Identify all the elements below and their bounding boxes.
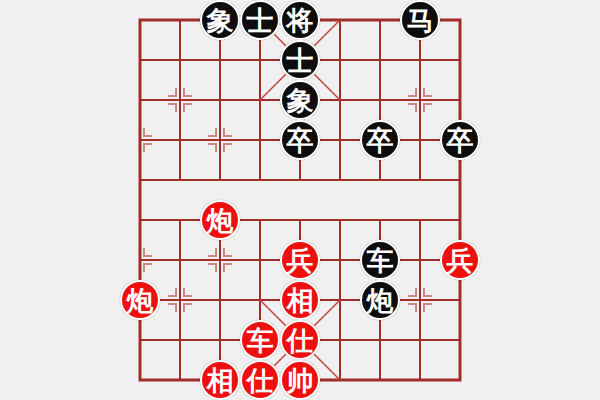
piece-glyph: 象 bbox=[287, 88, 314, 115]
piece-black-cannon[interactable]: 炮 bbox=[360, 280, 400, 320]
piece-glyph: 马 bbox=[407, 8, 434, 35]
piece-red-elephant[interactable]: 相 bbox=[200, 360, 240, 400]
piece-black-elephant[interactable]: 象 bbox=[200, 0, 240, 40]
piece-red-advisor[interactable]: 仕 bbox=[240, 360, 280, 400]
piece-glyph: 帅 bbox=[287, 368, 314, 395]
piece-glyph: 士 bbox=[247, 8, 274, 35]
piece-red-cannon[interactable]: 炮 bbox=[200, 200, 240, 240]
piece-glyph: 相 bbox=[287, 288, 314, 315]
piece-black-soldier[interactable]: 卒 bbox=[440, 120, 480, 160]
piece-black-general[interactable]: 将 bbox=[280, 0, 320, 40]
xiangqi-board: 象士将马士象卒卒卒车炮炮兵兵炮相车仕相仕帅 bbox=[0, 0, 600, 400]
piece-glyph: 兵 bbox=[447, 248, 474, 275]
piece-black-horse[interactable]: 马 bbox=[400, 0, 440, 40]
piece-glyph: 象 bbox=[207, 8, 234, 35]
piece-glyph: 兵 bbox=[287, 248, 314, 275]
piece-black-advisor[interactable]: 士 bbox=[240, 0, 280, 40]
piece-glyph: 炮 bbox=[207, 208, 234, 235]
pieces-layer: 象士将马士象卒卒卒车炮炮兵兵炮相车仕相仕帅 bbox=[120, 0, 480, 400]
piece-glyph: 卒 bbox=[447, 128, 474, 155]
piece-glyph: 车 bbox=[247, 328, 274, 355]
piece-glyph: 车 bbox=[367, 248, 394, 275]
piece-black-chariot[interactable]: 车 bbox=[360, 240, 400, 280]
piece-glyph: 士 bbox=[287, 48, 314, 75]
piece-glyph: 相 bbox=[207, 368, 234, 395]
piece-glyph: 卒 bbox=[367, 128, 394, 155]
piece-black-soldier[interactable]: 卒 bbox=[280, 120, 320, 160]
piece-glyph: 炮 bbox=[367, 288, 394, 315]
piece-black-advisor[interactable]: 士 bbox=[280, 40, 320, 80]
piece-glyph: 将 bbox=[287, 8, 314, 35]
piece-glyph: 仕 bbox=[247, 368, 274, 395]
piece-glyph: 仕 bbox=[287, 328, 314, 355]
piece-red-soldier[interactable]: 兵 bbox=[440, 240, 480, 280]
piece-red-general[interactable]: 帅 bbox=[280, 360, 320, 400]
piece-glyph: 卒 bbox=[287, 128, 314, 155]
piece-glyph: 炮 bbox=[127, 288, 154, 315]
piece-red-chariot[interactable]: 车 bbox=[240, 320, 280, 360]
piece-red-cannon[interactable]: 炮 bbox=[120, 280, 160, 320]
piece-red-advisor[interactable]: 仕 bbox=[280, 320, 320, 360]
piece-red-elephant[interactable]: 相 bbox=[280, 280, 320, 320]
piece-red-soldier[interactable]: 兵 bbox=[280, 240, 320, 280]
piece-black-elephant[interactable]: 象 bbox=[280, 80, 320, 120]
piece-black-soldier[interactable]: 卒 bbox=[360, 120, 400, 160]
